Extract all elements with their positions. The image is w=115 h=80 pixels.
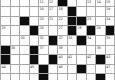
clue-number: 34	[87, 36, 91, 40]
clue-number: 38	[59, 46, 63, 50]
crossword-black-cell	[30, 46, 39, 55]
clue-number: 22	[59, 17, 63, 21]
crossword-cell[interactable]	[106, 74, 115, 80]
crossword-cell[interactable]	[30, 0, 39, 6]
clue-number: 42	[87, 55, 91, 59]
clue-number: 21	[49, 17, 53, 21]
crossword-cell[interactable]: 37	[39, 46, 48, 55]
clue-number: 11	[40, 0, 44, 4]
clue-number: 14	[97, 0, 101, 4]
clue-number: 16	[40, 7, 44, 11]
crossword-black-cell	[1, 46, 10, 55]
clue-number: 33	[68, 36, 72, 40]
crossword-cell[interactable]: 25	[1, 26, 10, 35]
crossword-cell[interactable]	[11, 26, 20, 35]
crossword-cell[interactable]: 35	[106, 36, 115, 45]
crossword-cell[interactable]	[1, 17, 10, 26]
crossword-cell[interactable]	[20, 46, 29, 55]
clue-number: 39	[97, 46, 101, 50]
clue-number: 29	[97, 26, 101, 30]
crossword-black-cell	[96, 55, 105, 64]
crossword-cell[interactable]	[11, 74, 20, 80]
crossword-cell[interactable]	[87, 74, 96, 80]
crossword-cell[interactable]: 31	[39, 36, 48, 45]
clue-number: 18	[59, 7, 63, 11]
crossword-cell[interactable]	[20, 7, 29, 16]
crossword-cell[interactable]	[1, 74, 10, 80]
crossword-black-cell	[49, 36, 58, 45]
crossword-cell[interactable]: 12	[49, 0, 58, 6]
clue-number: 37	[40, 46, 44, 50]
clue-number: 36	[11, 46, 15, 50]
crossword-black-cell	[49, 55, 58, 64]
crossword-cell[interactable]: 16	[39, 7, 48, 16]
crossword-cell[interactable]	[68, 0, 77, 6]
crossword-black-cell	[87, 26, 96, 35]
crossword-cell[interactable]: 39	[96, 46, 105, 55]
crossword-cell[interactable]	[96, 36, 105, 45]
crossword-cell[interactable]	[11, 55, 20, 64]
crossword-cell[interactable]	[106, 46, 115, 55]
clue-number: 20	[40, 17, 44, 21]
clue-number: 28	[78, 26, 82, 30]
crossword-black-cell	[106, 26, 115, 35]
crossword-black-cell	[30, 26, 39, 35]
clue-number: 27	[59, 26, 63, 30]
crossword-cell[interactable]	[11, 17, 20, 26]
crossword-grid: 1112131415161718192021222324252627282930…	[1, 0, 114, 80]
crossword-cell[interactable]: 28	[77, 26, 86, 35]
crossword-cell[interactable]	[49, 46, 58, 55]
crossword-cell[interactable]: 27	[58, 26, 67, 35]
crossword-black-cell	[58, 0, 67, 6]
crossword-cell[interactable]	[1, 0, 10, 6]
crossword-cell[interactable]: 43	[106, 55, 115, 64]
crossword-cell[interactable]	[77, 7, 86, 16]
crossword-cell[interactable]	[30, 74, 39, 80]
crossword-black-cell	[39, 65, 48, 74]
crossword-cell[interactable]	[49, 74, 58, 80]
crossword-cell[interactable]	[11, 36, 20, 45]
crossword-cell[interactable]: 24	[106, 17, 115, 26]
crossword-cell[interactable]: 21	[49, 17, 58, 26]
clue-number: 17	[49, 7, 53, 11]
crossword-cell[interactable]	[39, 55, 48, 64]
crossword-cell[interactable]: 40	[58, 55, 67, 64]
crossword-cell[interactable]: 15	[106, 0, 115, 6]
crossword-black-cell	[77, 17, 86, 26]
crossword-cell[interactable]: 34	[87, 36, 96, 45]
crossword-cell[interactable]: 44	[1, 65, 10, 74]
crossword-cell[interactable]	[77, 46, 86, 55]
crossword-cell[interactable]	[20, 74, 29, 80]
clue-number: 12	[49, 0, 53, 4]
crossword-cell[interactable]	[77, 55, 86, 64]
crossword-cell[interactable]	[96, 17, 105, 26]
crossword-cell[interactable]: 22	[58, 17, 67, 26]
clue-number: 19	[106, 7, 110, 11]
clue-number: 23	[87, 17, 91, 21]
crossword-cell[interactable]	[77, 0, 86, 6]
crossword-cell[interactable]: 18	[58, 7, 67, 16]
crossword-black-cell	[68, 17, 77, 26]
crossword-cell[interactable]: 42	[87, 55, 96, 64]
crossword-cell[interactable]: 32	[58, 36, 67, 45]
crossword-cell[interactable]: 45	[30, 65, 39, 74]
crossword-cell[interactable]	[1, 7, 10, 16]
crossword-black-cell	[20, 17, 29, 26]
crossword-black-cell	[68, 7, 77, 16]
crossword-cell[interactable]	[77, 74, 86, 80]
clue-number: 31	[40, 36, 44, 40]
crossword-cell[interactable]	[87, 46, 96, 55]
crossword-cell[interactable]: 33	[68, 36, 77, 45]
crossword-cell[interactable]	[20, 55, 29, 64]
crossword-black-cell	[1, 55, 10, 64]
crossword-cell[interactable]	[68, 65, 77, 74]
crossword-cell[interactable]: 20	[39, 17, 48, 26]
clue-number: 26	[40, 26, 44, 30]
crossword-cell[interactable]: 11	[39, 0, 48, 6]
clue-number: 43	[106, 55, 110, 59]
crossword-cell[interactable]: 19	[106, 7, 115, 16]
crossword-cell[interactable]: 30	[20, 36, 29, 45]
crossword-cell[interactable]: 13	[87, 0, 96, 6]
crossword-cell[interactable]	[30, 17, 39, 26]
crossword-cell[interactable]	[20, 0, 29, 6]
crossword-cell[interactable]: 26	[39, 26, 48, 35]
clue-number: 25	[2, 26, 6, 30]
crossword-black-cell	[68, 26, 77, 35]
crossword-cell[interactable]	[96, 7, 105, 16]
crossword-black-cell	[77, 65, 86, 74]
crossword-cell[interactable]	[49, 65, 58, 74]
clue-number: 41	[68, 55, 72, 59]
crossword-cell[interactable]: 14	[96, 0, 105, 6]
clue-number: 40	[59, 55, 63, 59]
clue-number: 35	[106, 36, 110, 40]
crossword-black-cell	[39, 74, 48, 80]
crossword-cell[interactable]	[49, 26, 58, 35]
crossword-cell[interactable]: 47	[106, 65, 115, 74]
crossword-cell[interactable]	[87, 65, 96, 74]
clue-number: 44	[2, 65, 6, 69]
crossword-board: 1112131415161718192021222324252627282930…	[0, 0, 115, 80]
crossword-cell[interactable]: 41	[68, 55, 77, 64]
clue-number: 15	[106, 0, 110, 4]
crossword-cell[interactable]: 29	[96, 26, 105, 35]
crossword-cell[interactable]: 23	[87, 17, 96, 26]
crossword-cell[interactable]: 36	[11, 46, 20, 55]
crossword-black-cell	[96, 74, 105, 80]
crossword-cell[interactable]	[68, 46, 77, 55]
crossword-cell[interactable]: 17	[49, 7, 58, 16]
crossword-cell[interactable]	[11, 0, 20, 6]
clue-number: 45	[30, 65, 34, 69]
crossword-cell[interactable]	[58, 74, 67, 80]
crossword-cell[interactable]	[87, 7, 96, 16]
crossword-cell[interactable]: 38	[58, 46, 67, 55]
clue-number: 24	[106, 17, 110, 21]
clue-number: 46	[59, 65, 63, 69]
clue-number: 32	[59, 36, 63, 40]
crossword-cell[interactable]	[20, 26, 29, 35]
crossword-cell[interactable]	[20, 65, 29, 74]
crossword-cell[interactable]	[30, 7, 39, 16]
clue-number: 30	[21, 36, 25, 40]
crossword-cell[interactable]	[96, 65, 105, 74]
clue-number: 47	[106, 65, 110, 69]
crossword-cell[interactable]	[1, 36, 10, 45]
crossword-black-cell	[30, 55, 39, 64]
crossword-cell[interactable]	[11, 65, 20, 74]
crossword-black-cell	[77, 36, 86, 45]
clue-number: 13	[87, 0, 91, 4]
crossword-cell[interactable]	[11, 7, 20, 16]
crossword-cell[interactable]	[30, 36, 39, 45]
crossword-cell[interactable]: 46	[58, 65, 67, 74]
crossword-cell[interactable]	[68, 74, 77, 80]
